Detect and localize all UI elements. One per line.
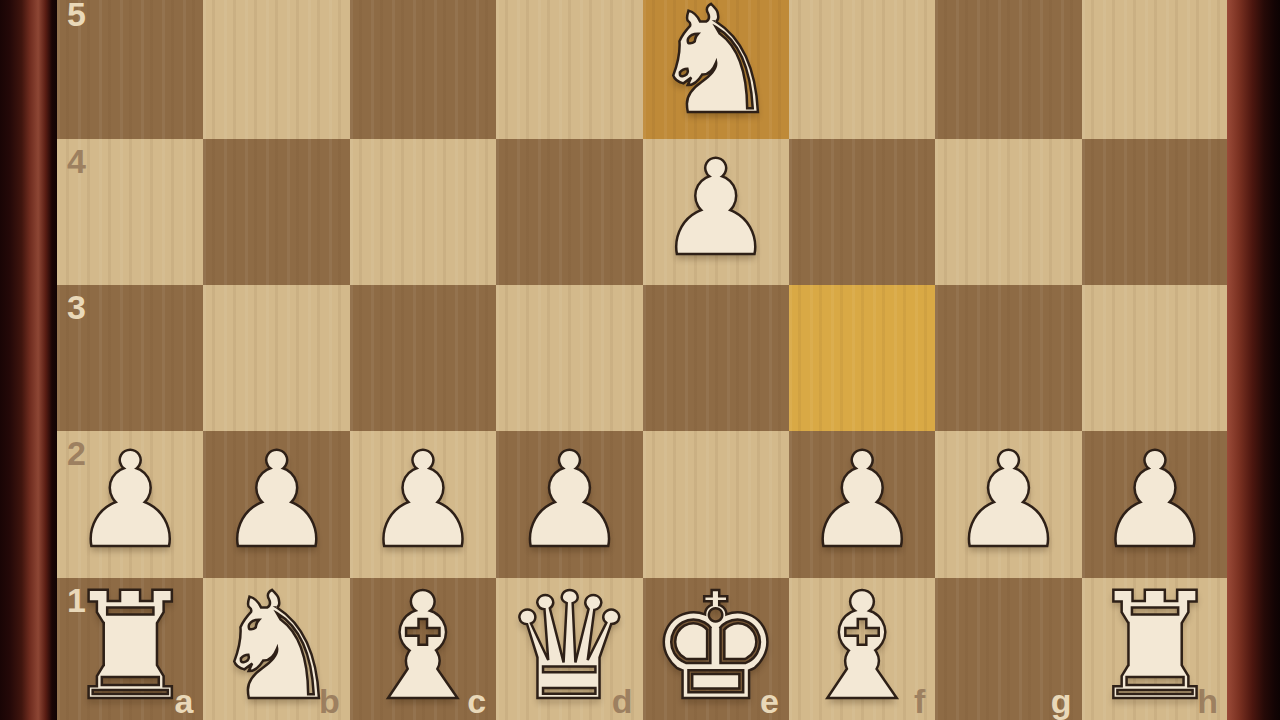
- square-f1[interactable]: f♝: [789, 578, 935, 720]
- square-b1[interactable]: b♞: [203, 578, 349, 720]
- white-pawn[interactable]: ♟: [643, 135, 789, 281]
- chess-board: 8765♞4♟32♟♟♟♟♟♟♟1a♜b♞c♝d♛e♚f♝gh♜: [57, 0, 1228, 720]
- white-bishop[interactable]: ♝: [789, 574, 935, 720]
- white-pawn[interactable]: ♟: [203, 427, 349, 573]
- rank-label-5: 5: [67, 0, 86, 31]
- left-frame-edge: [0, 0, 57, 720]
- square-d2[interactable]: ♟: [496, 431, 642, 577]
- square-e5[interactable]: ♞: [643, 0, 789, 139]
- square-b3[interactable]: [203, 285, 349, 431]
- square-e2[interactable]: [643, 431, 789, 577]
- square-a4[interactable]: 4: [57, 139, 203, 285]
- square-h2[interactable]: ♟: [1082, 431, 1228, 577]
- white-pawn[interactable]: ♟: [496, 427, 642, 573]
- square-e3[interactable]: [643, 285, 789, 431]
- square-e1[interactable]: e♚: [643, 578, 789, 720]
- white-rook[interactable]: ♜: [57, 574, 203, 720]
- square-d3[interactable]: [496, 285, 642, 431]
- square-c3[interactable]: [350, 285, 496, 431]
- square-f3[interactable]: [789, 285, 935, 431]
- square-c4[interactable]: [350, 139, 496, 285]
- square-b5[interactable]: [203, 0, 349, 139]
- square-c2[interactable]: ♟: [350, 431, 496, 577]
- square-h5[interactable]: [1082, 0, 1228, 139]
- white-king[interactable]: ♚: [643, 574, 789, 720]
- square-h3[interactable]: [1082, 285, 1228, 431]
- square-f4[interactable]: [789, 139, 935, 285]
- square-d1[interactable]: d♛: [496, 578, 642, 720]
- square-b4[interactable]: [203, 139, 349, 285]
- square-g2[interactable]: ♟: [935, 431, 1081, 577]
- white-pawn[interactable]: ♟: [789, 427, 935, 573]
- white-bishop[interactable]: ♝: [350, 574, 496, 720]
- square-f2[interactable]: ♟: [789, 431, 935, 577]
- square-c1[interactable]: c♝: [350, 578, 496, 720]
- right-frame-edge: [1227, 0, 1280, 720]
- white-pawn[interactable]: ♟: [1082, 427, 1228, 573]
- square-a5[interactable]: 5: [57, 0, 203, 139]
- square-h1[interactable]: h♜: [1082, 578, 1228, 720]
- square-b2[interactable]: ♟: [203, 431, 349, 577]
- rank-label-3: 3: [67, 290, 86, 324]
- square-a3[interactable]: 3: [57, 285, 203, 431]
- square-a2[interactable]: 2♟: [57, 431, 203, 577]
- square-c5[interactable]: [350, 0, 496, 139]
- file-label-g: g: [1051, 684, 1072, 718]
- square-f5[interactable]: [789, 0, 935, 139]
- square-g1[interactable]: g: [935, 578, 1081, 720]
- square-g4[interactable]: [935, 139, 1081, 285]
- white-pawn[interactable]: ♟: [57, 427, 203, 573]
- white-pawn[interactable]: ♟: [935, 427, 1081, 573]
- rank-label-4: 4: [67, 144, 86, 178]
- white-rook[interactable]: ♜: [1082, 574, 1228, 720]
- screenshot-root: 8765♞4♟32♟♟♟♟♟♟♟1a♜b♞c♝d♛e♚f♝gh♜: [0, 0, 1280, 720]
- square-d5[interactable]: [496, 0, 642, 139]
- square-g3[interactable]: [935, 285, 1081, 431]
- white-queen[interactable]: ♛: [496, 574, 642, 720]
- square-e4[interactable]: ♟: [643, 139, 789, 285]
- square-h4[interactable]: [1082, 139, 1228, 285]
- square-d4[interactable]: [496, 139, 642, 285]
- white-pawn[interactable]: ♟: [350, 427, 496, 573]
- square-g5[interactable]: [935, 0, 1081, 139]
- white-knight[interactable]: ♞: [643, 0, 789, 135]
- white-knight[interactable]: ♞: [203, 574, 349, 720]
- square-a1[interactable]: 1a♜: [57, 578, 203, 720]
